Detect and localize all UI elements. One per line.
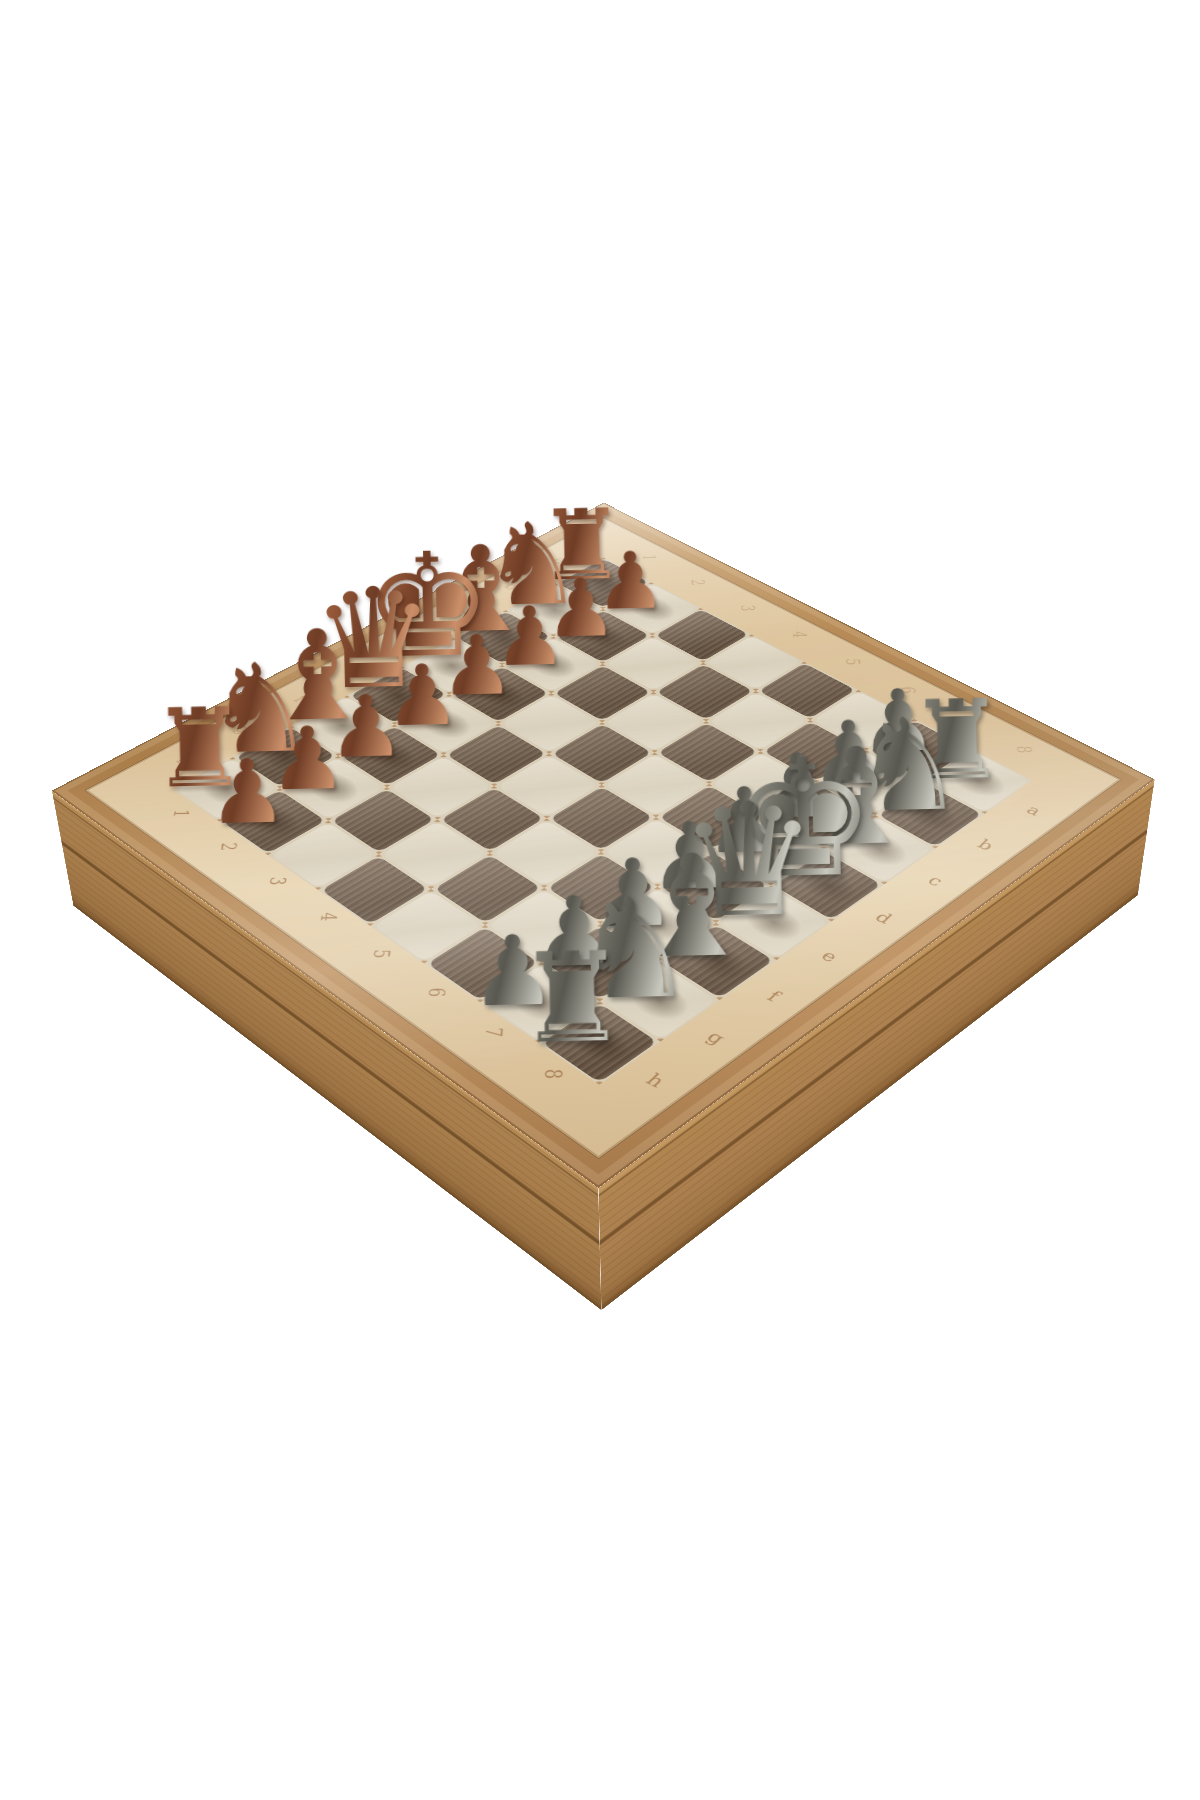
product-photo-stage: 1234567812345678abcdefghabcdefgh ♜♜♞♞♝♝♚… (0, 0, 1200, 1800)
camera-tilt-wrapper: 1234567812345678abcdefghabcdefgh ♜♜♞♞♝♝♚… (0, 0, 1200, 1800)
white-pawn-glyph: ♟ (144, 746, 350, 838)
board-top-face: 1234567812345678abcdefghabcdefgh ♜♜♞♞♝♝♚… (52, 503, 1155, 1188)
black-rook-glyph: ♜ (456, 934, 688, 1063)
